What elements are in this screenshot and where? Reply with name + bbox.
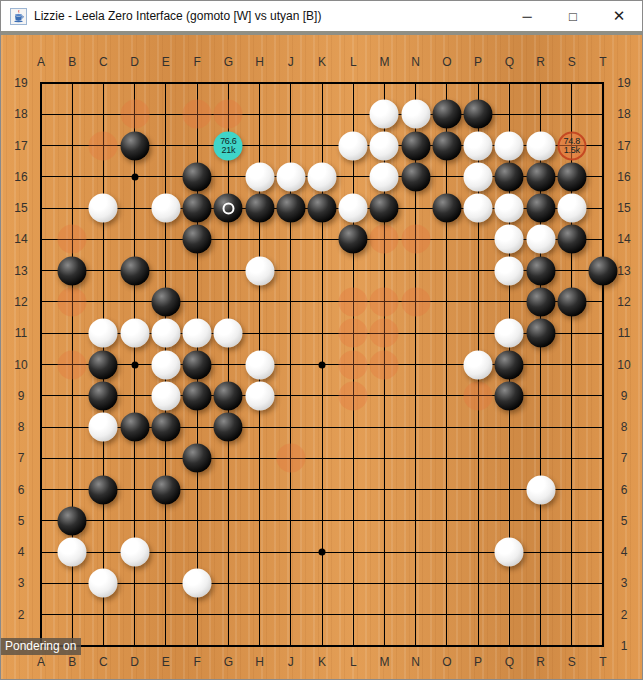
grid-line-horizontal (40, 583, 604, 584)
stone-black-R16[interactable] (526, 162, 555, 191)
title-bar: Lizzie - Leela Zero Interface (gomoto [W… (1, 1, 642, 31)
board-column-label: J (288, 655, 294, 669)
board-column-label: H (255, 655, 264, 669)
stone-black-O17[interactable] (432, 131, 461, 160)
candidate-move-best[interactable]: 76.621k (214, 131, 243, 160)
board-column-label: Q (505, 55, 514, 69)
candidate-move-faint[interactable] (401, 225, 430, 254)
board-column-label: M (379, 55, 389, 69)
board-column-label: K (318, 55, 326, 69)
board-column-label: R (536, 55, 545, 69)
stone-black-S14[interactable] (557, 225, 586, 254)
board-row-label: 8 (18, 420, 25, 434)
board-column-label: D (130, 655, 139, 669)
grid-line-horizontal (40, 458, 604, 459)
stone-black-C10[interactable] (89, 350, 118, 379)
stone-black-H15[interactable] (245, 194, 274, 223)
stone-black-D8[interactable] (120, 413, 149, 442)
stone-black-Q10[interactable] (495, 350, 524, 379)
board-row-label: 13 (617, 264, 630, 278)
stone-white-G11[interactable] (214, 319, 243, 348)
candidate-visits: 1.5k (564, 146, 580, 156)
stone-white-B4[interactable] (58, 538, 87, 567)
stone-white-C11[interactable] (89, 319, 118, 348)
board-row-label: 15 (617, 201, 630, 215)
stone-white-L17[interactable] (339, 131, 368, 160)
stone-white-M18[interactable] (370, 100, 399, 129)
stone-black-Q16[interactable] (495, 162, 524, 191)
board-column-label: O (442, 55, 451, 69)
stone-black-E8[interactable] (151, 413, 180, 442)
stone-white-K16[interactable] (308, 162, 337, 191)
board-row-label: 16 (617, 170, 630, 184)
stone-white-L15[interactable] (339, 194, 368, 223)
board-row-label: 6 (621, 483, 628, 497)
stone-white-N18[interactable] (401, 100, 430, 129)
candidate-move-faint[interactable] (370, 350, 399, 379)
stone-white-P15[interactable] (464, 194, 493, 223)
stone-black-F9[interactable] (183, 381, 212, 410)
board-row-label: 15 (14, 201, 27, 215)
stone-black-T13[interactable] (589, 256, 618, 285)
stone-black-F7[interactable] (183, 444, 212, 473)
board-row-label: 10 (617, 358, 630, 372)
stone-white-C8[interactable] (89, 413, 118, 442)
board-row-label: 11 (618, 326, 630, 340)
grid-line-horizontal (40, 645, 604, 647)
board-column-label: Q (505, 655, 514, 669)
board-row-label: 16 (14, 170, 27, 184)
board-row-label: 2 (18, 608, 25, 622)
board-row-label: 18 (617, 107, 630, 121)
board-column-label: G (224, 55, 233, 69)
board-column-label: P (474, 655, 482, 669)
stone-black-J15[interactable] (276, 194, 305, 223)
board-row-label: 3 (18, 576, 25, 590)
stone-white-R17[interactable] (526, 131, 555, 160)
last-move-marker (222, 202, 234, 214)
stone-black-D13[interactable] (120, 256, 149, 285)
board-column-label: C (99, 55, 108, 69)
stone-white-Q15[interactable] (495, 194, 524, 223)
board-column-label: M (379, 655, 389, 669)
board-column-label: F (193, 655, 200, 669)
stone-white-S15[interactable] (557, 194, 586, 223)
stone-white-F3[interactable] (183, 569, 212, 598)
stone-black-G8[interactable] (214, 413, 243, 442)
stone-black-D17[interactable] (120, 131, 149, 160)
board-column-label: A (37, 655, 45, 669)
stone-black-F10[interactable] (183, 350, 212, 379)
stone-black-L14[interactable] (339, 225, 368, 254)
stone-white-Q11[interactable] (495, 319, 524, 348)
board-column-label: G (224, 655, 233, 669)
board-row-label: 7 (621, 451, 628, 465)
stone-black-M15[interactable] (370, 194, 399, 223)
lizzie-window: Lizzie - Leela Zero Interface (gomoto [W… (0, 0, 643, 680)
board-row-label: 17 (617, 139, 630, 153)
stone-white-E15[interactable] (151, 194, 180, 223)
board-column-label: E (162, 55, 170, 69)
stone-black-N16[interactable] (401, 162, 430, 191)
board-row-label: 14 (14, 232, 27, 246)
board-row-label: 3 (621, 576, 628, 590)
minimize-button[interactable]: ─ (504, 1, 550, 31)
stone-black-F14[interactable] (183, 225, 212, 254)
star-point (131, 361, 138, 368)
stone-black-R12[interactable] (526, 287, 555, 316)
candidate-move-faint[interactable] (370, 287, 399, 316)
stone-white-P16[interactable] (464, 162, 493, 191)
board-column-label: O (442, 655, 451, 669)
board-row-label: 7 (18, 451, 25, 465)
board-column-label: A (37, 55, 45, 69)
board-column-label: H (255, 55, 264, 69)
stone-white-C3[interactable] (89, 569, 118, 598)
stone-white-H10[interactable] (245, 350, 274, 379)
grid-line-horizontal (40, 489, 604, 490)
star-point (131, 173, 138, 180)
stone-white-D11[interactable] (120, 319, 149, 348)
stone-white-C15[interactable] (89, 194, 118, 223)
board-column-label: J (288, 55, 294, 69)
candidate-move-faint[interactable] (401, 287, 430, 316)
board-row-label: 2 (621, 608, 628, 622)
board-row-label: 18 (14, 107, 27, 121)
stone-black-S12[interactable] (557, 287, 586, 316)
candidate-move-faint[interactable] (339, 319, 368, 348)
status-bar: Pondering on (1, 638, 81, 655)
stone-black-S16[interactable] (557, 162, 586, 191)
board-column-label: R (536, 655, 545, 669)
board-column-label: N (411, 55, 420, 69)
stone-black-O18[interactable] (432, 100, 461, 129)
maximize-button[interactable]: □ (550, 1, 596, 31)
board-column-label: L (350, 55, 357, 69)
java-app-icon (10, 8, 27, 25)
board-column-label: N (411, 655, 420, 669)
stone-white-F11[interactable] (183, 319, 212, 348)
board-row-label: 14 (617, 232, 630, 246)
board-column-label: C (99, 655, 108, 669)
candidate-move-faint[interactable] (370, 225, 399, 254)
board-row-label: 12 (617, 295, 630, 309)
stone-black-N17[interactable] (401, 131, 430, 160)
stone-white-Q17[interactable] (495, 131, 524, 160)
stone-white-M16[interactable] (370, 162, 399, 191)
candidate-move-faint[interactable] (58, 350, 87, 379)
board-row-label: 5 (18, 514, 25, 528)
candidate-move-faint[interactable] (183, 100, 212, 129)
stone-black-G15[interactable] (214, 194, 243, 223)
candidate-move-faint[interactable] (120, 100, 149, 129)
stone-black-E6[interactable] (151, 475, 180, 504)
stone-white-E11[interactable] (151, 319, 180, 348)
stone-white-R6[interactable] (526, 475, 555, 504)
stone-white-P17[interactable] (464, 131, 493, 160)
stone-white-M17[interactable] (370, 131, 399, 160)
board-row-label: 5 (621, 514, 628, 528)
stone-white-H16[interactable] (245, 162, 274, 191)
stone-black-C6[interactable] (89, 475, 118, 504)
board-column-label: P (474, 55, 482, 69)
board-column-label: K (318, 655, 326, 669)
candidate-move-faint[interactable] (89, 131, 118, 160)
board-row-label: 11 (15, 326, 27, 340)
grid-line-horizontal (40, 520, 604, 521)
stone-black-P18[interactable] (464, 100, 493, 129)
grid-line-vertical (602, 82, 604, 647)
star-point (319, 549, 326, 556)
stone-white-H9[interactable] (245, 381, 274, 410)
board-column-label: E (162, 655, 170, 669)
board-column-label: D (130, 55, 139, 69)
candidate-move-faint[interactable] (339, 287, 368, 316)
board-column-label: S (568, 55, 576, 69)
candidate-move-faint[interactable] (214, 100, 243, 129)
stone-white-Q4[interactable] (495, 538, 524, 567)
board-row-label: 13 (14, 264, 27, 278)
board-column-label: F (193, 55, 200, 69)
board-column-label: B (68, 655, 76, 669)
grid-line-vertical (446, 82, 447, 647)
stone-white-J16[interactable] (276, 162, 305, 191)
board-row-label: 17 (14, 139, 27, 153)
candidate-move-faint[interactable] (370, 319, 399, 348)
candidate-move-faint[interactable] (464, 381, 493, 410)
stone-white-H13[interactable] (245, 256, 274, 285)
stone-white-P10[interactable] (464, 350, 493, 379)
stone-black-E12[interactable] (151, 287, 180, 316)
stone-black-Q9[interactable] (495, 381, 524, 410)
candidate-move[interactable]: 74.81.5k (557, 131, 586, 160)
candidate-move-faint[interactable] (339, 350, 368, 379)
go-board[interactable]: AABBCCDDEEFFGGHHJJKKLLMMNNOOPPQQRRSSTT19… (1, 31, 643, 680)
stone-black-R13[interactable] (526, 256, 555, 285)
stone-black-O15[interactable] (432, 194, 461, 223)
board-row-label: 8 (621, 420, 628, 434)
stone-white-Q13[interactable] (495, 256, 524, 285)
stone-white-Q14[interactable] (495, 225, 524, 254)
stone-black-G9[interactable] (214, 381, 243, 410)
candidate-move-faint[interactable] (58, 225, 87, 254)
board-row-label: 9 (18, 389, 25, 403)
board-row-label: 1 (621, 639, 628, 653)
board-column-label: L (350, 655, 357, 669)
window-title: Lizzie - Leela Zero Interface (gomoto [W… (34, 9, 321, 23)
board-row-label: 4 (621, 545, 628, 559)
stone-black-R15[interactable] (526, 194, 555, 223)
stone-black-B13[interactable] (58, 256, 87, 285)
stone-black-F16[interactable] (183, 162, 212, 191)
close-button[interactable]: ✕ (596, 1, 642, 31)
board-row-label: 9 (621, 389, 628, 403)
stone-white-E10[interactable] (151, 350, 180, 379)
board-column-label: B (68, 55, 76, 69)
board-row-label: 4 (18, 545, 25, 559)
board-row-label: 19 (617, 76, 630, 90)
stone-black-K15[interactable] (308, 194, 337, 223)
stone-black-C9[interactable] (89, 381, 118, 410)
window-controls: ─ □ ✕ (504, 1, 642, 31)
stone-black-F15[interactable] (183, 194, 212, 223)
candidate-move-faint[interactable] (276, 444, 305, 473)
stone-black-B5[interactable] (58, 506, 87, 535)
candidate-move-faint[interactable] (58, 287, 87, 316)
star-point (319, 361, 326, 368)
board-row-label: 12 (14, 295, 27, 309)
candidate-move-faint[interactable] (339, 381, 368, 410)
grid-line-horizontal (40, 614, 604, 615)
stone-white-D4[interactable] (120, 538, 149, 567)
board-column-label: T (599, 55, 606, 69)
candidate-visits: 21k (222, 146, 236, 156)
stone-white-R14[interactable] (526, 225, 555, 254)
stone-white-E9[interactable] (151, 381, 180, 410)
board-column-label: T (599, 655, 606, 669)
board-column-label: S (568, 655, 576, 669)
board-row-label: 6 (18, 483, 25, 497)
stone-black-R11[interactable] (526, 319, 555, 348)
board-row-label: 10 (14, 358, 27, 372)
board-row-label: 19 (14, 76, 27, 90)
window-inner-edge (1, 31, 643, 35)
